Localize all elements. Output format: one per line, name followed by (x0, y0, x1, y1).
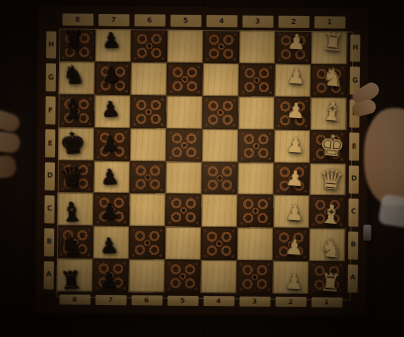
piece-black-king[interactable]: ♚ (58, 128, 86, 159)
rank-label-3: 3 (242, 15, 273, 27)
piece-black-knight[interactable]: ♞ (61, 61, 85, 87)
rank-label-7: 7 (98, 14, 129, 26)
square-h2[interactable]: ♟ (275, 31, 311, 64)
square-h4[interactable] (203, 30, 239, 63)
square-e4[interactable] (202, 129, 238, 162)
square-h6[interactable] (131, 29, 167, 62)
square-g2[interactable]: ♟ (275, 64, 311, 97)
square-f5[interactable] (166, 95, 202, 128)
left-hand-finger (0, 108, 22, 134)
square-e2[interactable]: ♟ (274, 129, 310, 162)
border-corner (45, 12, 57, 26)
square-b8[interactable]: ♞ (57, 226, 93, 259)
square-e3[interactable] (238, 129, 274, 162)
right-hand-palm (364, 108, 404, 206)
file-label-D: D (349, 166, 359, 194)
piece-white-bishop[interactable]: ♝ (319, 200, 345, 228)
rank-label-7: 7 (95, 295, 126, 305)
square-d7[interactable]: ♟ (94, 160, 130, 193)
square-h1[interactable]: ♜ (311, 31, 347, 64)
square-b1[interactable]: ♞ (309, 228, 345, 261)
square-g1[interactable]: ♞ (311, 64, 347, 97)
piece-black-bishop[interactable]: ♝ (60, 95, 85, 123)
file-label-C: C (44, 195, 54, 223)
square-b5[interactable] (165, 227, 201, 260)
piece-black-pawn[interactable]: ♟ (100, 132, 120, 154)
chess-photo-scene: 87654321H♜♟♟♜HG♞♟♟♞GF♝♟♟♝FE♚♟♟♚ED♛♟♟♛DC♝… (0, 0, 404, 337)
file-label-G: G (46, 64, 56, 92)
piece-black-pawn[interactable]: ♟ (99, 201, 119, 223)
piece-white-pawn[interactable]: ♟ (286, 66, 306, 88)
rank-label-8: 8 (62, 14, 93, 26)
square-h8[interactable]: ♜ (59, 28, 95, 61)
square-g4[interactable] (203, 63, 239, 96)
rank-label-1: 1 (311, 297, 342, 307)
square-f6[interactable] (130, 95, 166, 128)
square-d2[interactable]: ♟ (274, 162, 310, 195)
square-d1[interactable]: ♛ (310, 163, 346, 196)
rank-label-4: 4 (203, 296, 234, 306)
file-label-D: D (45, 162, 55, 190)
file-label-H: H (46, 31, 56, 59)
square-c1[interactable]: ♝ (309, 196, 345, 229)
square-f3[interactable] (238, 96, 274, 129)
square-b6[interactable] (129, 226, 165, 259)
square-d3[interactable] (238, 162, 274, 195)
rank-label-2: 2 (275, 297, 306, 307)
file-label-C: C (348, 198, 358, 226)
square-e5[interactable] (166, 128, 202, 161)
square-c3[interactable] (237, 195, 273, 228)
square-e8[interactable]: ♚ (58, 127, 94, 160)
left-hand-finger (0, 154, 17, 179)
square-f2[interactable]: ♟ (274, 97, 310, 130)
square-a8[interactable]: ♜ (57, 259, 93, 292)
file-label-B: B (44, 228, 54, 256)
file-label-F: F (45, 97, 55, 125)
square-d4[interactable] (202, 161, 238, 194)
piece-black-pawn[interactable]: ♟ (98, 235, 118, 257)
piece-white-pawn[interactable]: ♟ (284, 168, 304, 190)
square-d6[interactable] (130, 161, 166, 194)
square-b4[interactable] (201, 227, 237, 260)
piece-black-pawn[interactable]: ♟ (100, 98, 120, 120)
square-a4[interactable] (201, 260, 237, 293)
piece-black-pawn[interactable]: ♟ (100, 64, 120, 86)
shirt-cuff (378, 194, 404, 229)
piece-black-queen[interactable]: ♛ (58, 162, 85, 192)
rank-label-1: 1 (314, 16, 345, 28)
piece-white-rook[interactable]: ♜ (321, 30, 345, 56)
square-f7[interactable]: ♟ (94, 95, 130, 128)
square-a6[interactable] (129, 259, 165, 292)
piece-white-knight[interactable]: ♞ (319, 235, 344, 262)
left-hand-finger (0, 130, 21, 154)
square-g6[interactable] (131, 62, 167, 95)
chess-board: 87654321H♜♟♟♜HG♞♟♟♞GF♝♟♟♝FE♚♟♟♚ED♛♟♟♛DC♝… (33, 3, 370, 317)
file-label-H: H (350, 34, 360, 62)
piece-white-knight[interactable]: ♞ (320, 64, 345, 91)
square-d5[interactable] (166, 161, 202, 194)
piece-black-pawn[interactable]: ♟ (99, 167, 119, 189)
file-label-E: E (349, 133, 359, 161)
piece-white-bishop[interactable]: ♝ (320, 97, 346, 125)
square-c5[interactable] (165, 194, 201, 227)
file-label-E: E (45, 129, 55, 157)
square-g7[interactable]: ♟ (95, 62, 131, 95)
file-label-F: F (349, 100, 359, 128)
board-clasp (363, 225, 371, 241)
piece-black-bishop[interactable]: ♝ (59, 198, 84, 226)
square-b2[interactable]: ♟ (273, 228, 309, 261)
rank-label-3: 3 (239, 296, 270, 306)
rank-label-6: 6 (134, 14, 165, 26)
square-b7[interactable]: ♟ (93, 226, 129, 259)
file-label-A: A (348, 264, 358, 292)
rank-label-8: 8 (59, 295, 90, 305)
square-f4[interactable] (202, 96, 238, 129)
square-d8[interactable]: ♛ (58, 160, 94, 193)
square-e7[interactable]: ♟ (94, 127, 130, 160)
square-c2[interactable]: ♟ (273, 195, 309, 228)
square-e1[interactable]: ♚ (310, 130, 346, 163)
piece-white-pawn[interactable]: ♟ (285, 100, 305, 122)
piece-black-knight[interactable]: ♞ (59, 233, 83, 259)
square-g3[interactable] (239, 63, 275, 96)
piece-white-pawn[interactable]: ♟ (284, 203, 304, 225)
rank-label-5: 5 (167, 296, 198, 306)
square-c7[interactable]: ♟ (93, 193, 129, 226)
piece-black-pawn[interactable]: ♟ (98, 270, 118, 292)
piece-black-pawn[interactable]: ♟ (101, 30, 121, 52)
rank-label-6: 6 (131, 295, 162, 305)
piece-black-rook[interactable]: ♜ (59, 267, 82, 292)
square-a7[interactable]: ♟ (93, 259, 129, 292)
square-b3[interactable] (237, 228, 273, 261)
rank-label-5: 5 (170, 15, 201, 27)
left-player-hand (0, 110, 34, 202)
square-h5[interactable] (167, 30, 203, 63)
square-c8[interactable]: ♝ (57, 193, 93, 226)
square-g5[interactable] (167, 63, 203, 96)
border-corner (42, 293, 54, 305)
square-g8[interactable]: ♞ (59, 61, 95, 94)
square-f8[interactable]: ♝ (58, 94, 94, 127)
piece-white-rook[interactable]: ♜ (319, 270, 343, 296)
file-label-B: B (348, 231, 358, 259)
piece-white-king[interactable]: ♚ (318, 130, 346, 161)
piece-white-pawn[interactable]: ♟ (284, 237, 304, 259)
board-grid: 87654321H♜♟♟♜HG♞♟♟♞GF♝♟♟♝FE♚♟♟♚ED♛♟♟♛DC♝… (40, 10, 363, 310)
piece-black-rook[interactable]: ♜ (62, 27, 85, 52)
file-label-G: G (350, 67, 360, 95)
rank-label-4: 4 (206, 15, 237, 27)
border-corner (346, 297, 358, 309)
square-a3[interactable] (237, 260, 273, 293)
square-a5[interactable] (165, 260, 201, 293)
square-a2[interactable]: ♟ (273, 261, 309, 294)
piece-white-pawn[interactable]: ♟ (283, 271, 303, 293)
border-corner (349, 16, 361, 30)
square-h7[interactable]: ♟ (95, 29, 131, 62)
square-a1[interactable]: ♜ (309, 261, 345, 294)
square-h3[interactable] (239, 30, 275, 63)
rank-label-2: 2 (278, 16, 309, 28)
square-c4[interactable] (201, 194, 237, 227)
file-label-A: A (44, 261, 54, 289)
piece-white-queen[interactable]: ♛ (318, 165, 346, 195)
square-e6[interactable] (130, 128, 166, 161)
square-f1[interactable]: ♝ (310, 97, 346, 130)
piece-white-pawn[interactable]: ♟ (286, 31, 306, 53)
square-c6[interactable] (129, 194, 165, 227)
piece-white-pawn[interactable]: ♟ (285, 134, 305, 156)
